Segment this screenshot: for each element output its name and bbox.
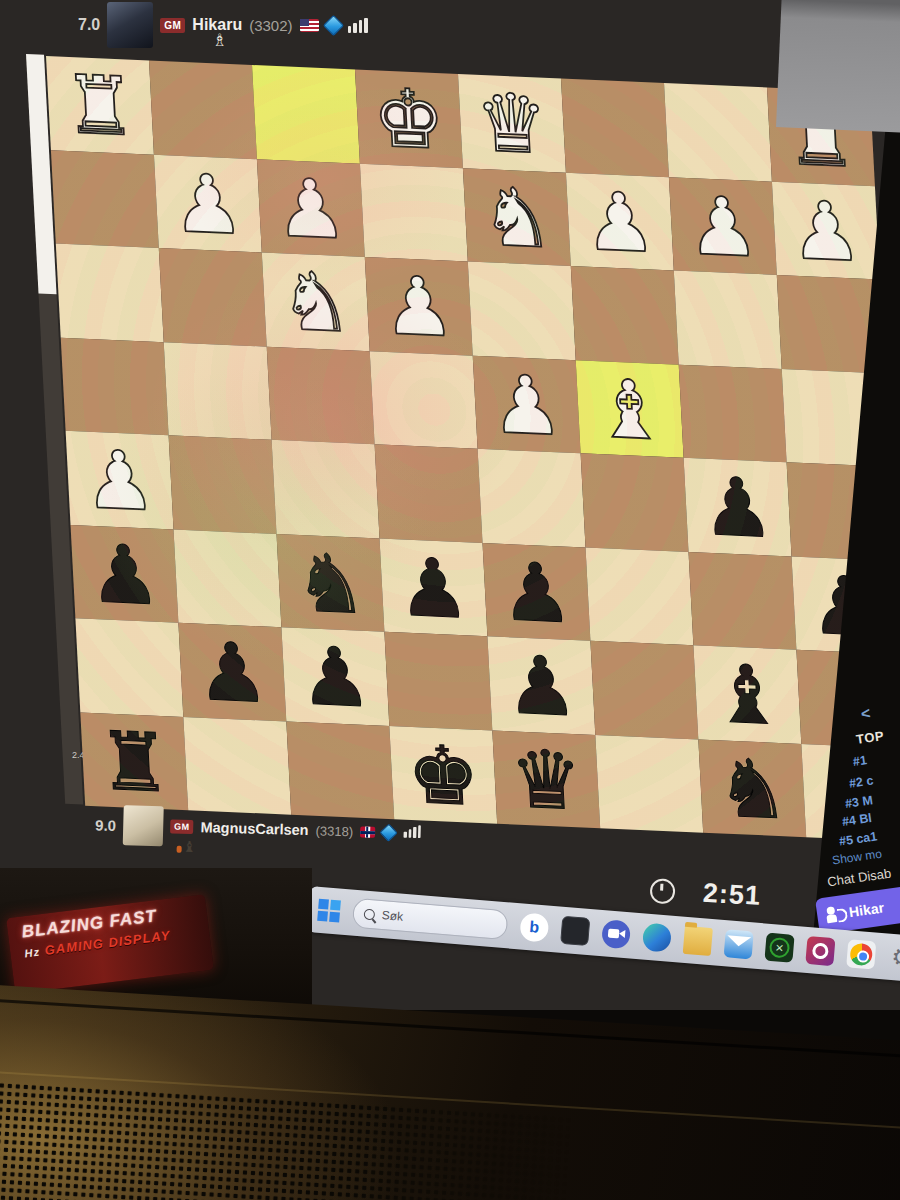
top-player-avatar[interactable] [107, 2, 153, 48]
viewer-name: Hikar [848, 899, 885, 920]
square-c8[interactable] [595, 734, 703, 832]
chess-board: ♜♚♛♜♟♟♞♟♟♟♞♟♟♝♟♟♟♞♟♟♟♟♟♟♝♜♚♛♞♜ [46, 56, 900, 842]
white-pawn[interactable]: ♟ [566, 172, 674, 270]
square-f4[interactable] [267, 346, 375, 444]
us-flag-icon [300, 19, 319, 32]
search-icon [363, 908, 375, 920]
square-a6[interactable]: ♟ [792, 556, 900, 654]
black-captured-bishop-icon: ♝ [182, 838, 196, 856]
square-e6[interactable]: ♟ [380, 538, 488, 636]
square-h7[interactable] [75, 618, 183, 716]
opera-gx-icon[interactable] [805, 936, 835, 966]
square-c6[interactable] [586, 547, 694, 645]
square-e2[interactable] [360, 163, 468, 261]
white-knight[interactable]: ♞ [262, 252, 370, 350]
square-d1[interactable]: ♛ [458, 74, 566, 172]
white-knight[interactable]: ♞ [463, 168, 571, 266]
bottom-player-rating: (3318) [315, 823, 353, 839]
square-f5[interactable] [272, 440, 380, 538]
square-b5[interactable]: ♟ [684, 458, 792, 556]
square-e5[interactable] [375, 444, 483, 542]
square-g8[interactable] [183, 716, 291, 814]
xbox-icon[interactable] [764, 933, 794, 963]
square-h6[interactable]: ♟ [71, 525, 179, 623]
teams-video-icon[interactable] [601, 919, 631, 949]
black-pawn[interactable]: ♟ [71, 525, 179, 623]
black-pawn[interactable]: ♟ [483, 543, 591, 641]
speaker-grille [0, 1080, 653, 1200]
square-c4[interactable]: ♝ [576, 360, 684, 458]
square-a5[interactable] [787, 462, 895, 560]
black-pawn[interactable]: ♟ [792, 556, 900, 654]
viewer-voice-button[interactable]: Hikar [815, 885, 900, 934]
square-g1[interactable] [149, 60, 257, 158]
white-pawn[interactable]: ♟ [772, 181, 880, 279]
white-king[interactable]: ♚ [355, 69, 463, 167]
settings-gear-icon[interactable]: ⚙ [887, 943, 900, 973]
minimized-window-icon[interactable] [560, 916, 590, 946]
square-d6[interactable]: ♟ [483, 543, 591, 641]
square-a4[interactable] [782, 369, 890, 467]
windows-taskbar: Søk b ⚙ [306, 886, 900, 983]
bottom-player-match-score: 9.0 [95, 816, 116, 834]
black-king[interactable]: ♚ [389, 725, 497, 823]
bottom-player-time: 2:51 [702, 878, 762, 912]
photo-of-laptop-screen: 7.0 GM Hikaru (3302) ♗ 2.4 ♜♚♛♜♟♟♞♟♟♟♞♟♟… [0, 0, 900, 1200]
square-d2[interactable]: ♞ [463, 168, 571, 266]
white-pawn[interactable]: ♟ [473, 355, 581, 453]
white-pawn[interactable]: ♟ [669, 177, 777, 275]
bottom-player-avatar[interactable] [123, 805, 164, 846]
square-f2[interactable]: ♟ [257, 159, 365, 257]
windows-start-icon[interactable] [317, 899, 341, 923]
overlapping-gray-window [776, 0, 900, 133]
bottom-player-clock: 2:51 [649, 875, 762, 912]
top-player-bar: 7.0 GM Hikaru (3302) ♗ [78, 0, 558, 56]
square-h2[interactable] [51, 150, 159, 248]
square-f7[interactable]: ♟ [281, 627, 389, 725]
square-b7[interactable]: ♝ [693, 645, 801, 743]
square-h5[interactable]: ♟ [66, 431, 174, 529]
square-g3[interactable] [159, 248, 267, 346]
diamond-membership-icon [379, 823, 397, 841]
square-b4[interactable] [679, 364, 787, 462]
square-e4[interactable] [370, 351, 478, 449]
white-queen[interactable]: ♛ [458, 74, 566, 172]
search-placeholder: Søk [381, 908, 403, 924]
square-e7[interactable] [384, 632, 492, 730]
black-bishop[interactable]: ♝ [693, 645, 801, 743]
square-g4[interactable] [164, 342, 272, 440]
square-c7[interactable] [590, 641, 698, 739]
black-pawn[interactable]: ♟ [684, 458, 792, 556]
square-h8[interactable]: ♜ [80, 712, 188, 810]
white-rook[interactable]: ♜ [46, 56, 154, 154]
top-player-title-badge: GM [160, 18, 185, 33]
square-h1[interactable]: ♜ [46, 56, 154, 154]
square-b8[interactable]: ♞ [698, 739, 806, 837]
bottom-player-name[interactable]: MagnusCarlsen [200, 819, 308, 838]
laptop-base [0, 984, 900, 1200]
square-a3[interactable] [777, 275, 885, 373]
rating-bars-icon [403, 827, 420, 838]
square-e1[interactable]: ♚ [355, 69, 463, 167]
taskbar-search-input[interactable]: Søk [352, 898, 509, 941]
square-b2[interactable]: ♟ [669, 177, 777, 275]
top-list-entry-1[interactable]: #1 [852, 753, 868, 769]
norway-flag-icon [360, 826, 375, 837]
square-c1[interactable] [561, 78, 669, 176]
square-a7[interactable] [796, 650, 900, 748]
square-h4[interactable] [61, 337, 169, 435]
square-b3[interactable] [674, 270, 782, 368]
file-explorer-icon[interactable] [683, 926, 713, 956]
square-c3[interactable] [571, 266, 679, 364]
show-more-link[interactable]: Show mo [831, 847, 882, 868]
square-e8[interactable]: ♚ [389, 725, 497, 823]
square-f3[interactable]: ♞ [262, 252, 370, 350]
black-rook[interactable]: ♜ [80, 712, 188, 810]
speaker-person-icon [825, 905, 843, 923]
bottom-player-title-badge: GM [170, 819, 194, 834]
white-pawn[interactable]: ♟ [154, 154, 262, 252]
square-c2[interactable]: ♟ [566, 172, 674, 270]
black-pawn[interactable]: ♟ [281, 627, 389, 725]
chat-status-text: Chat Disab [826, 866, 892, 890]
square-f8[interactable] [286, 721, 394, 819]
mail-icon[interactable] [724, 929, 754, 959]
top-player-match-score: 7.0 [78, 16, 100, 34]
square-c5[interactable] [581, 453, 689, 551]
white-pawn[interactable]: ♟ [257, 159, 365, 257]
top-player-rating: (3302) [249, 17, 292, 34]
black-knight[interactable]: ♞ [277, 534, 385, 632]
chrome-icon[interactable] [846, 939, 876, 969]
black-pawn[interactable]: ♟ [178, 623, 286, 721]
bing-icon[interactable]: b [519, 912, 549, 942]
square-g6[interactable] [174, 529, 282, 627]
square-h3[interactable] [56, 243, 164, 341]
square-b1[interactable] [664, 83, 772, 181]
square-d5[interactable] [478, 449, 586, 547]
square-b6[interactable] [689, 552, 797, 650]
white-captured-bishop-icon: ♗ [212, 30, 227, 50]
black-knight[interactable]: ♞ [698, 739, 806, 837]
square-e3[interactable]: ♟ [365, 257, 473, 355]
square-d7[interactable]: ♟ [487, 636, 595, 734]
square-g7[interactable]: ♟ [178, 623, 286, 721]
square-d4[interactable]: ♟ [473, 355, 581, 453]
white-bishop[interactable]: ♝ [576, 360, 684, 458]
white-pawn[interactable]: ♟ [66, 431, 174, 529]
square-f6[interactable]: ♞ [277, 534, 385, 632]
square-f1[interactable] [252, 65, 360, 163]
rating-bars-icon [348, 18, 368, 33]
white-pawn[interactable]: ♟ [365, 257, 473, 355]
chess-site-screen: 7.0 GM Hikaru (3302) ♗ 2.4 ♜♚♛♜♟♟♞♟♟♟♞♟♟… [0, 0, 900, 1010]
black-pawn[interactable]: ♟ [487, 636, 595, 734]
square-d3[interactable] [468, 261, 576, 359]
square-g5[interactable] [169, 435, 277, 533]
edge-browser-icon[interactable] [642, 923, 672, 953]
bottom-player-bar: 9.0 GM MagnusCarlsen (3318) ♝ [94, 803, 515, 872]
black-pawn[interactable]: ♟ [380, 538, 488, 636]
clock-icon [649, 878, 675, 904]
square-a2[interactable]: ♟ [772, 181, 880, 279]
sticker-hz: Hz [24, 946, 41, 960]
diamond-membership-icon [322, 14, 343, 35]
square-g2[interactable]: ♟ [154, 154, 262, 252]
